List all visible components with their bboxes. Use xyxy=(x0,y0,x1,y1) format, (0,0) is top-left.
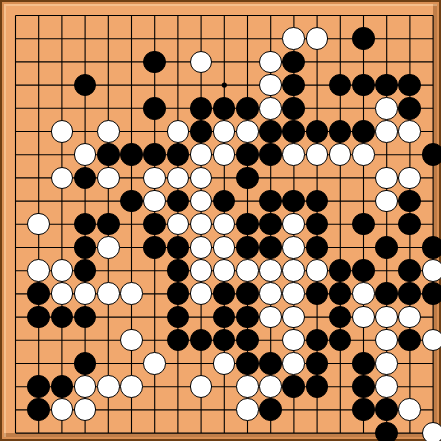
intersection[interactable] xyxy=(166,398,189,421)
intersection[interactable] xyxy=(398,189,421,212)
intersection[interactable] xyxy=(73,329,96,352)
intersection[interactable] xyxy=(166,73,189,96)
intersection[interactable] xyxy=(189,305,212,328)
intersection[interactable] xyxy=(166,305,189,328)
intersection[interactable] xyxy=(97,259,120,282)
intersection[interactable] xyxy=(213,189,236,212)
intersection[interactable] xyxy=(189,27,212,50)
intersection[interactable] xyxy=(398,27,421,50)
intersection[interactable] xyxy=(143,143,166,166)
intersection[interactable] xyxy=(352,73,375,96)
intersection[interactable] xyxy=(329,97,352,120)
intersection[interactable] xyxy=(27,4,50,27)
intersection[interactable] xyxy=(421,4,441,27)
intersection[interactable] xyxy=(259,305,282,328)
intersection[interactable] xyxy=(282,282,305,305)
intersection[interactable] xyxy=(73,166,96,189)
intersection[interactable] xyxy=(352,421,375,441)
intersection[interactable] xyxy=(189,398,212,421)
intersection[interactable] xyxy=(73,4,96,27)
intersection[interactable] xyxy=(73,189,96,212)
intersection[interactable] xyxy=(421,97,441,120)
intersection[interactable] xyxy=(50,236,73,259)
intersection[interactable] xyxy=(143,50,166,73)
intersection[interactable] xyxy=(329,27,352,50)
intersection[interactable] xyxy=(421,236,441,259)
intersection[interactable] xyxy=(4,73,27,96)
intersection[interactable] xyxy=(352,213,375,236)
intersection[interactable] xyxy=(189,166,212,189)
intersection[interactable] xyxy=(213,352,236,375)
intersection[interactable] xyxy=(97,213,120,236)
intersection[interactable] xyxy=(282,189,305,212)
intersection[interactable] xyxy=(213,236,236,259)
intersection[interactable] xyxy=(166,4,189,27)
intersection[interactable] xyxy=(97,352,120,375)
intersection[interactable] xyxy=(236,120,259,143)
intersection[interactable] xyxy=(329,143,352,166)
intersection[interactable] xyxy=(50,4,73,27)
intersection[interactable] xyxy=(97,189,120,212)
intersection[interactable] xyxy=(236,259,259,282)
intersection[interactable] xyxy=(236,352,259,375)
intersection[interactable] xyxy=(421,282,441,305)
intersection[interactable] xyxy=(143,189,166,212)
intersection[interactable] xyxy=(50,97,73,120)
intersection[interactable] xyxy=(236,50,259,73)
intersection[interactable] xyxy=(166,120,189,143)
intersection[interactable] xyxy=(305,120,328,143)
intersection[interactable] xyxy=(189,120,212,143)
intersection[interactable] xyxy=(305,375,328,398)
intersection[interactable] xyxy=(189,50,212,73)
intersection[interactable] xyxy=(97,143,120,166)
intersection[interactable] xyxy=(236,97,259,120)
intersection[interactable] xyxy=(213,27,236,50)
intersection[interactable] xyxy=(305,213,328,236)
intersection[interactable] xyxy=(259,143,282,166)
intersection[interactable] xyxy=(189,352,212,375)
intersection[interactable] xyxy=(120,282,143,305)
intersection[interactable] xyxy=(282,375,305,398)
intersection[interactable] xyxy=(259,236,282,259)
intersection[interactable] xyxy=(50,421,73,441)
intersection[interactable] xyxy=(120,375,143,398)
intersection[interactable] xyxy=(166,329,189,352)
intersection[interactable] xyxy=(213,421,236,441)
intersection[interactable] xyxy=(375,4,398,27)
intersection[interactable] xyxy=(166,50,189,73)
intersection[interactable] xyxy=(352,97,375,120)
intersection[interactable] xyxy=(236,213,259,236)
intersection[interactable] xyxy=(352,4,375,27)
intersection[interactable] xyxy=(282,50,305,73)
intersection[interactable] xyxy=(305,97,328,120)
intersection[interactable] xyxy=(120,73,143,96)
intersection[interactable] xyxy=(166,97,189,120)
intersection[interactable] xyxy=(259,166,282,189)
intersection[interactable] xyxy=(329,73,352,96)
intersection[interactable] xyxy=(352,143,375,166)
intersection[interactable] xyxy=(352,398,375,421)
intersection[interactable] xyxy=(375,352,398,375)
intersection[interactable] xyxy=(73,73,96,96)
intersection[interactable] xyxy=(4,143,27,166)
intersection[interactable] xyxy=(259,213,282,236)
intersection[interactable] xyxy=(73,97,96,120)
intersection[interactable] xyxy=(189,143,212,166)
intersection[interactable] xyxy=(27,50,50,73)
intersection[interactable] xyxy=(4,259,27,282)
intersection[interactable] xyxy=(282,236,305,259)
intersection[interactable] xyxy=(375,282,398,305)
intersection[interactable] xyxy=(282,97,305,120)
intersection[interactable] xyxy=(143,166,166,189)
intersection[interactable] xyxy=(375,189,398,212)
intersection[interactable] xyxy=(259,398,282,421)
intersection[interactable] xyxy=(27,97,50,120)
intersection[interactable] xyxy=(282,73,305,96)
intersection[interactable] xyxy=(421,50,441,73)
intersection[interactable] xyxy=(73,236,96,259)
intersection[interactable] xyxy=(259,97,282,120)
intersection[interactable] xyxy=(120,305,143,328)
intersection[interactable] xyxy=(143,213,166,236)
intersection[interactable] xyxy=(375,73,398,96)
intersection[interactable] xyxy=(352,27,375,50)
intersection[interactable] xyxy=(27,282,50,305)
intersection[interactable] xyxy=(73,421,96,441)
intersection[interactable] xyxy=(213,143,236,166)
intersection[interactable] xyxy=(329,282,352,305)
intersection[interactable] xyxy=(4,120,27,143)
intersection[interactable] xyxy=(27,259,50,282)
intersection[interactable] xyxy=(27,398,50,421)
intersection[interactable] xyxy=(50,27,73,50)
intersection[interactable] xyxy=(166,282,189,305)
intersection[interactable] xyxy=(166,143,189,166)
intersection[interactable] xyxy=(27,143,50,166)
intersection[interactable] xyxy=(189,259,212,282)
intersection[interactable] xyxy=(73,27,96,50)
intersection[interactable] xyxy=(4,166,27,189)
intersection[interactable] xyxy=(421,421,441,441)
intersection[interactable] xyxy=(375,375,398,398)
intersection[interactable] xyxy=(97,398,120,421)
intersection[interactable] xyxy=(73,282,96,305)
intersection[interactable] xyxy=(305,50,328,73)
intersection[interactable] xyxy=(236,236,259,259)
intersection[interactable] xyxy=(166,236,189,259)
intersection[interactable] xyxy=(213,329,236,352)
intersection[interactable] xyxy=(236,375,259,398)
intersection[interactable] xyxy=(166,166,189,189)
intersection[interactable] xyxy=(375,398,398,421)
intersection[interactable] xyxy=(398,421,421,441)
intersection[interactable] xyxy=(421,27,441,50)
intersection[interactable] xyxy=(259,189,282,212)
intersection[interactable] xyxy=(375,50,398,73)
intersection[interactable] xyxy=(329,236,352,259)
intersection[interactable] xyxy=(236,329,259,352)
intersection[interactable] xyxy=(398,213,421,236)
intersection[interactable] xyxy=(50,352,73,375)
intersection[interactable] xyxy=(352,282,375,305)
intersection[interactable] xyxy=(50,120,73,143)
intersection[interactable] xyxy=(305,236,328,259)
intersection[interactable] xyxy=(329,352,352,375)
intersection[interactable] xyxy=(282,27,305,50)
intersection[interactable] xyxy=(259,421,282,441)
intersection[interactable] xyxy=(329,329,352,352)
intersection[interactable] xyxy=(27,120,50,143)
intersection[interactable] xyxy=(375,97,398,120)
intersection[interactable] xyxy=(398,352,421,375)
intersection[interactable] xyxy=(398,282,421,305)
intersection[interactable] xyxy=(189,236,212,259)
intersection[interactable] xyxy=(375,421,398,441)
intersection[interactable] xyxy=(421,375,441,398)
intersection[interactable] xyxy=(352,329,375,352)
intersection[interactable] xyxy=(398,4,421,27)
intersection[interactable] xyxy=(50,143,73,166)
intersection[interactable] xyxy=(398,329,421,352)
intersection[interactable] xyxy=(329,305,352,328)
intersection[interactable] xyxy=(329,398,352,421)
intersection[interactable] xyxy=(213,398,236,421)
intersection[interactable] xyxy=(398,97,421,120)
intersection[interactable] xyxy=(50,213,73,236)
intersection[interactable] xyxy=(398,73,421,96)
intersection[interactable] xyxy=(352,375,375,398)
intersection[interactable] xyxy=(50,305,73,328)
intersection[interactable] xyxy=(120,189,143,212)
intersection[interactable] xyxy=(213,213,236,236)
intersection[interactable] xyxy=(421,305,441,328)
intersection[interactable] xyxy=(27,375,50,398)
intersection[interactable] xyxy=(259,4,282,27)
intersection[interactable] xyxy=(73,50,96,73)
intersection[interactable] xyxy=(166,259,189,282)
intersection[interactable] xyxy=(27,352,50,375)
intersection[interactable] xyxy=(352,166,375,189)
intersection[interactable] xyxy=(4,375,27,398)
intersection[interactable] xyxy=(27,27,50,50)
intersection[interactable] xyxy=(143,305,166,328)
intersection[interactable] xyxy=(166,375,189,398)
intersection[interactable] xyxy=(27,421,50,441)
intersection[interactable] xyxy=(97,305,120,328)
intersection[interactable] xyxy=(4,4,27,27)
intersection[interactable] xyxy=(375,213,398,236)
intersection[interactable] xyxy=(259,259,282,282)
intersection[interactable] xyxy=(120,143,143,166)
intersection[interactable] xyxy=(213,120,236,143)
intersection[interactable] xyxy=(305,398,328,421)
intersection[interactable] xyxy=(4,27,27,50)
intersection[interactable] xyxy=(305,259,328,282)
intersection[interactable] xyxy=(4,329,27,352)
intersection[interactable] xyxy=(189,213,212,236)
intersection[interactable] xyxy=(352,352,375,375)
intersection[interactable] xyxy=(236,305,259,328)
intersection[interactable] xyxy=(236,73,259,96)
intersection[interactable] xyxy=(352,120,375,143)
intersection[interactable] xyxy=(4,282,27,305)
intersection[interactable] xyxy=(398,398,421,421)
intersection[interactable] xyxy=(352,50,375,73)
intersection[interactable] xyxy=(143,352,166,375)
intersection[interactable] xyxy=(421,352,441,375)
intersection[interactable] xyxy=(189,189,212,212)
intersection[interactable] xyxy=(120,236,143,259)
intersection[interactable] xyxy=(421,259,441,282)
intersection[interactable] xyxy=(282,329,305,352)
intersection[interactable] xyxy=(120,120,143,143)
intersection[interactable] xyxy=(97,50,120,73)
intersection[interactable] xyxy=(375,143,398,166)
intersection[interactable] xyxy=(97,73,120,96)
intersection[interactable] xyxy=(352,189,375,212)
intersection[interactable] xyxy=(398,259,421,282)
intersection[interactable] xyxy=(50,189,73,212)
intersection[interactable] xyxy=(305,166,328,189)
intersection[interactable] xyxy=(4,213,27,236)
intersection[interactable] xyxy=(236,282,259,305)
intersection[interactable] xyxy=(97,97,120,120)
intersection[interactable] xyxy=(143,97,166,120)
intersection[interactable] xyxy=(282,120,305,143)
intersection[interactable] xyxy=(213,375,236,398)
intersection[interactable] xyxy=(4,97,27,120)
intersection[interactable] xyxy=(213,259,236,282)
intersection[interactable] xyxy=(282,143,305,166)
intersection[interactable] xyxy=(375,305,398,328)
intersection[interactable] xyxy=(236,189,259,212)
intersection[interactable] xyxy=(213,73,236,96)
intersection[interactable] xyxy=(329,50,352,73)
intersection[interactable] xyxy=(97,4,120,27)
intersection[interactable] xyxy=(305,352,328,375)
intersection[interactable] xyxy=(375,259,398,282)
intersection[interactable] xyxy=(329,120,352,143)
intersection[interactable] xyxy=(375,166,398,189)
intersection[interactable] xyxy=(213,166,236,189)
intersection[interactable] xyxy=(259,73,282,96)
intersection[interactable] xyxy=(50,329,73,352)
intersection[interactable] xyxy=(213,305,236,328)
intersection[interactable] xyxy=(4,421,27,441)
intersection[interactable] xyxy=(189,329,212,352)
intersection[interactable] xyxy=(189,73,212,96)
intersection[interactable] xyxy=(236,166,259,189)
intersection[interactable] xyxy=(421,73,441,96)
intersection[interactable] xyxy=(305,73,328,96)
intersection[interactable] xyxy=(143,329,166,352)
intersection[interactable] xyxy=(120,50,143,73)
intersection[interactable] xyxy=(120,352,143,375)
intersection[interactable] xyxy=(421,120,441,143)
intersection[interactable] xyxy=(305,329,328,352)
intersection[interactable] xyxy=(97,120,120,143)
intersection[interactable] xyxy=(329,375,352,398)
intersection[interactable] xyxy=(398,143,421,166)
intersection[interactable] xyxy=(4,50,27,73)
intersection[interactable] xyxy=(27,189,50,212)
intersection[interactable] xyxy=(375,120,398,143)
intersection[interactable] xyxy=(259,120,282,143)
intersection[interactable] xyxy=(97,236,120,259)
intersection[interactable] xyxy=(166,27,189,50)
intersection[interactable] xyxy=(329,259,352,282)
intersection[interactable] xyxy=(189,282,212,305)
intersection[interactable] xyxy=(4,189,27,212)
intersection[interactable] xyxy=(375,236,398,259)
intersection[interactable] xyxy=(398,375,421,398)
intersection[interactable] xyxy=(375,27,398,50)
intersection[interactable] xyxy=(305,4,328,27)
intersection[interactable] xyxy=(282,421,305,441)
intersection[interactable] xyxy=(120,4,143,27)
intersection[interactable] xyxy=(421,329,441,352)
intersection[interactable] xyxy=(97,27,120,50)
intersection[interactable] xyxy=(73,120,96,143)
intersection[interactable] xyxy=(305,305,328,328)
intersection[interactable] xyxy=(120,97,143,120)
intersection[interactable] xyxy=(282,305,305,328)
intersection[interactable] xyxy=(398,236,421,259)
intersection[interactable] xyxy=(27,213,50,236)
intersection[interactable] xyxy=(120,398,143,421)
intersection[interactable] xyxy=(329,189,352,212)
intersection[interactable] xyxy=(143,120,166,143)
intersection[interactable] xyxy=(73,305,96,328)
intersection[interactable] xyxy=(166,189,189,212)
intersection[interactable] xyxy=(73,259,96,282)
intersection[interactable] xyxy=(143,375,166,398)
intersection[interactable] xyxy=(50,73,73,96)
intersection[interactable] xyxy=(120,27,143,50)
intersection[interactable] xyxy=(143,236,166,259)
intersection[interactable] xyxy=(4,352,27,375)
intersection[interactable] xyxy=(50,282,73,305)
intersection[interactable] xyxy=(213,282,236,305)
intersection[interactable] xyxy=(27,73,50,96)
intersection[interactable] xyxy=(143,27,166,50)
intersection[interactable] xyxy=(305,27,328,50)
intersection[interactable] xyxy=(120,259,143,282)
intersection[interactable] xyxy=(236,143,259,166)
intersection[interactable] xyxy=(282,166,305,189)
intersection[interactable] xyxy=(398,166,421,189)
intersection[interactable] xyxy=(97,375,120,398)
intersection[interactable] xyxy=(4,236,27,259)
intersection[interactable] xyxy=(97,282,120,305)
intersection[interactable] xyxy=(213,50,236,73)
intersection[interactable] xyxy=(73,375,96,398)
intersection[interactable] xyxy=(236,27,259,50)
intersection[interactable] xyxy=(282,398,305,421)
intersection[interactable] xyxy=(189,421,212,441)
intersection[interactable] xyxy=(398,50,421,73)
intersection[interactable] xyxy=(27,236,50,259)
intersection[interactable] xyxy=(143,282,166,305)
intersection[interactable] xyxy=(143,73,166,96)
intersection[interactable] xyxy=(398,120,421,143)
intersection[interactable] xyxy=(189,4,212,27)
intersection[interactable] xyxy=(143,259,166,282)
intersection[interactable] xyxy=(329,421,352,441)
